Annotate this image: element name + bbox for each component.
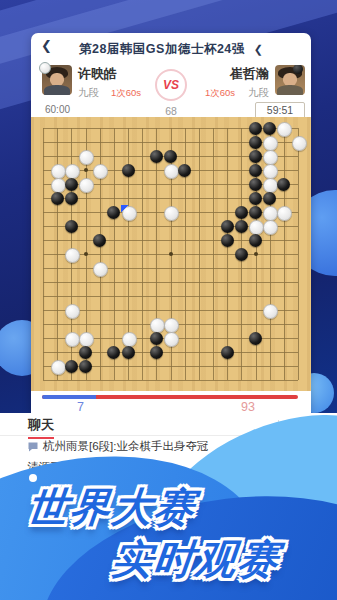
star-point	[254, 252, 258, 256]
app-screen: ❮ 第28届韩国GS加德士杯24强 ❮ 许映皓 九段 1次60s VS 1次60…	[0, 0, 337, 600]
black-stone	[263, 122, 276, 135]
player-right-byoyomi: 1次60s	[205, 87, 235, 100]
tab-chat[interactable]: 聊天	[28, 416, 54, 439]
white-stone	[79, 150, 94, 165]
black-stone	[249, 234, 262, 247]
black-stone	[221, 220, 234, 233]
black-stone	[65, 178, 78, 191]
grid-line	[284, 128, 285, 380]
black-stone	[93, 234, 106, 247]
white-stone	[263, 150, 278, 165]
grid-line	[43, 296, 298, 297]
black-stone	[150, 150, 163, 163]
black-stone	[235, 206, 248, 219]
white-stone	[51, 178, 66, 193]
grid-line	[43, 380, 298, 381]
grid-line	[43, 268, 298, 269]
black-stone	[107, 206, 120, 219]
vote-count-right: 93	[241, 400, 255, 414]
black-stone	[178, 164, 191, 177]
black-stone	[235, 220, 248, 233]
vote-count-left: 7	[77, 400, 84, 414]
black-stone	[249, 178, 262, 191]
chevron-left-icon[interactable]: ❮	[254, 43, 263, 56]
star-point	[169, 252, 173, 256]
black-stone	[249, 164, 262, 177]
white-stone	[65, 164, 80, 179]
header: ❮ 第28届韩国GS加德士杯24强 ❮	[31, 33, 311, 61]
white-stone	[263, 206, 278, 221]
white-stone	[277, 122, 292, 137]
black-stone	[65, 220, 78, 233]
black-stone	[65, 192, 78, 205]
white-stone	[164, 164, 179, 179]
white-stone-badge	[39, 62, 51, 74]
star-point	[84, 168, 88, 172]
game-card: ❮ 第28届韩国GS加德士杯24强 ❮ 许映皓 九段 1次60s VS 1次60…	[31, 33, 311, 413]
grid-line	[43, 282, 298, 283]
black-stone	[122, 346, 135, 359]
player-left-name: 许映皓	[78, 65, 117, 83]
black-stone	[277, 178, 290, 191]
white-stone	[65, 332, 80, 347]
banner-line-1: 世界大赛	[25, 480, 199, 535]
white-stone	[277, 206, 292, 221]
black-stone	[249, 332, 262, 345]
white-stone	[79, 332, 94, 347]
player-left-rank: 九段	[78, 86, 99, 100]
vote-bar-left-segment	[42, 395, 96, 399]
chat-message: 杭州雨景[6段]:业余棋手出身夺冠	[27, 439, 208, 454]
player-right-name: 崔哲瀚	[230, 65, 269, 83]
white-stone	[65, 248, 80, 263]
black-stone	[150, 332, 163, 345]
black-stone	[249, 206, 262, 219]
black-stone	[249, 150, 262, 163]
white-stone	[164, 332, 179, 347]
black-stone	[263, 192, 276, 205]
black-stone	[79, 346, 92, 359]
back-icon[interactable]: ❮	[41, 38, 52, 53]
white-stone	[164, 318, 179, 333]
banner-line-2: 实时观赛	[109, 532, 283, 587]
black-stone	[249, 192, 262, 205]
white-stone	[249, 220, 264, 235]
grid-line	[227, 128, 228, 380]
go-board[interactable]	[31, 117, 311, 391]
white-stone	[51, 164, 66, 179]
player-right-rank: 九段	[248, 86, 269, 100]
white-stone	[263, 220, 278, 235]
grid-line	[213, 128, 214, 380]
white-stone	[263, 164, 278, 179]
white-stone	[263, 304, 278, 319]
go-grid	[43, 128, 298, 380]
chat-message-text: 杭州雨景[6段]:业余棋手出身夺冠	[43, 439, 208, 454]
last-move-marker	[121, 205, 128, 212]
vote-bar	[42, 395, 298, 399]
speech-bubble-icon	[27, 441, 39, 453]
black-stone	[221, 234, 234, 247]
black-stone	[79, 360, 92, 373]
white-stone	[292, 136, 307, 151]
player-left-byoyomi: 1次60s	[111, 87, 141, 100]
black-stone	[51, 192, 64, 205]
page-title: 第28届韩国GS加德士杯24强	[79, 41, 245, 58]
white-stone	[263, 136, 278, 151]
grid-line	[298, 128, 299, 380]
black-stone	[107, 346, 120, 359]
players-row: 许映皓 九段 1次60s VS 1次60s 九段 崔哲瀚 60:00 68 59…	[31, 61, 311, 117]
white-stone	[79, 178, 94, 193]
black-stone	[249, 122, 262, 135]
black-stone	[65, 360, 78, 373]
star-point	[84, 252, 88, 256]
white-stone	[93, 262, 108, 277]
black-stone	[164, 150, 177, 163]
black-stone	[235, 248, 248, 261]
vs-badge: VS	[155, 69, 187, 101]
black-stone	[221, 346, 234, 359]
black-stone	[249, 136, 262, 149]
white-stone	[164, 206, 179, 221]
white-stone	[263, 178, 278, 193]
grid-line	[199, 128, 200, 380]
white-stone	[51, 360, 66, 375]
avatar-right	[275, 65, 305, 95]
white-stone	[93, 164, 108, 179]
white-stone	[65, 304, 80, 319]
black-stone	[122, 164, 135, 177]
grid-line	[43, 310, 298, 311]
white-stone	[122, 332, 137, 347]
black-stone	[150, 346, 163, 359]
white-stone	[150, 318, 165, 333]
